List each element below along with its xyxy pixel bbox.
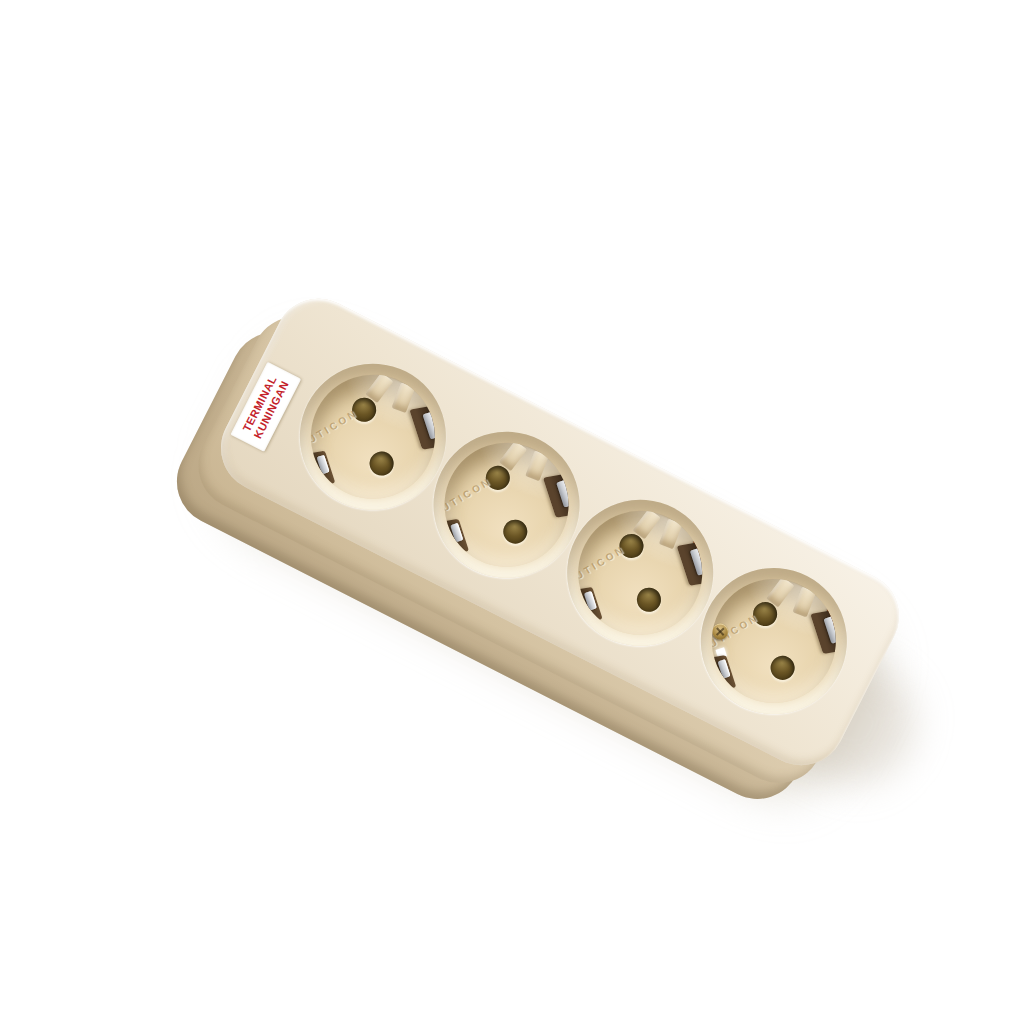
product-photo-scene: TERMINAL KUNINGAN UTICON (0, 0, 1024, 1024)
earth-clip-top (544, 470, 586, 519)
embossed-brand-text: UTICON (573, 543, 627, 581)
earth-clip-top (811, 607, 853, 656)
socket-1-well: UTICON (289, 353, 456, 520)
socket-4-well: UTICON (690, 558, 857, 725)
earth-clip-bottom (306, 448, 337, 487)
pin-hole-right (766, 652, 798, 684)
pin-hole-right (499, 516, 531, 548)
earth-clip-bottom (707, 653, 738, 692)
screw-cross-slot (713, 625, 727, 639)
earth-clip-bottom (574, 585, 605, 624)
embossed-brand-text: UTICON (439, 475, 493, 513)
earth-clip-top (677, 538, 719, 587)
socket-3-well: UTICON (557, 489, 724, 656)
earth-clip-top (410, 402, 452, 451)
socket-2-well: UTICON (423, 421, 590, 588)
pin-hole-right (365, 447, 397, 479)
embossed-brand-text: UTICON (306, 407, 360, 445)
pin-hole-right (633, 584, 665, 616)
power-strip: TERMINAL KUNINGAN UTICON (206, 284, 914, 781)
earth-clip-bottom (440, 517, 471, 556)
